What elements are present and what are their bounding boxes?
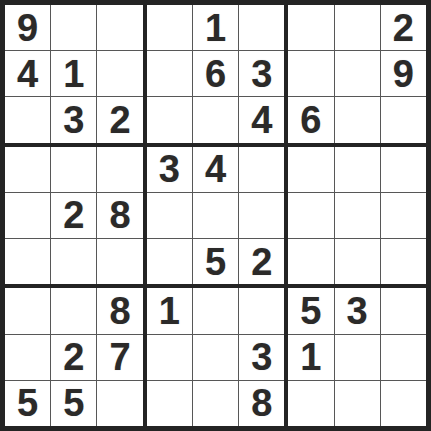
cell-r7c4: 1 (147, 288, 192, 333)
cell-r7c3: 8 (97, 288, 142, 333)
cell-r2c6: 3 (239, 51, 284, 96)
cell-r3c2: 3 (51, 97, 96, 142)
cell-r9c9[interactable] (381, 381, 426, 426)
cell-r3c1[interactable] (5, 97, 50, 142)
cell-r9c8[interactable] (335, 381, 380, 426)
box-1: 94132 (5, 5, 143, 143)
cell-r5c3: 8 (97, 193, 142, 238)
cell-r2c5: 6 (193, 51, 238, 96)
cell-r4c4: 3 (147, 147, 192, 192)
cell-r3c3: 2 (97, 97, 142, 142)
cell-r1c8[interactable] (335, 5, 380, 50)
box-6 (288, 147, 426, 285)
cell-r2c4[interactable] (147, 51, 192, 96)
cell-r4c1[interactable] (5, 147, 50, 192)
cell-r5c2: 2 (51, 193, 96, 238)
cell-r7c6[interactable] (239, 288, 284, 333)
cell-r7c5[interactable] (193, 288, 238, 333)
box-3: 296 (288, 5, 426, 143)
cell-r7c2[interactable] (51, 288, 96, 333)
cell-r2c8[interactable] (335, 51, 380, 96)
cell-r8c8[interactable] (335, 335, 380, 380)
cell-r6c5: 5 (193, 239, 238, 284)
cell-r3c4[interactable] (147, 97, 192, 142)
cell-r6c2[interactable] (51, 239, 96, 284)
cell-r9c4[interactable] (147, 381, 192, 426)
cell-r4c2[interactable] (51, 147, 96, 192)
cell-r9c2: 5 (51, 381, 96, 426)
cell-r4c8[interactable] (335, 147, 380, 192)
cell-r5c8[interactable] (335, 193, 380, 238)
cell-r8c7: 1 (288, 335, 333, 380)
cell-r3c6: 4 (239, 97, 284, 142)
cell-r8c2: 2 (51, 335, 96, 380)
box-8: 138 (147, 288, 285, 426)
cell-r9c3[interactable] (97, 381, 142, 426)
sudoku-board: 94132163429628345282755138531 (0, 0, 431, 431)
cell-r4c3[interactable] (97, 147, 142, 192)
cell-r2c1: 4 (5, 51, 50, 96)
cell-r4c5: 4 (193, 147, 238, 192)
cell-r4c9[interactable] (381, 147, 426, 192)
cell-r2c2: 1 (51, 51, 96, 96)
box-2: 1634 (147, 5, 285, 143)
cell-r5c7[interactable] (288, 193, 333, 238)
cell-r8c3: 7 (97, 335, 142, 380)
cell-r8c4[interactable] (147, 335, 192, 380)
cell-r5c5[interactable] (193, 193, 238, 238)
cell-r7c9[interactable] (381, 288, 426, 333)
box-4: 28 (5, 147, 143, 285)
cell-r8c5[interactable] (193, 335, 238, 380)
box-5: 3452 (147, 147, 285, 285)
cell-r1c1: 9 (5, 5, 50, 50)
cell-r6c8[interactable] (335, 239, 380, 284)
cell-r4c7[interactable] (288, 147, 333, 192)
cell-r3c9[interactable] (381, 97, 426, 142)
cell-r9c7[interactable] (288, 381, 333, 426)
cell-r1c2[interactable] (51, 5, 96, 50)
box-9: 531 (288, 288, 426, 426)
cell-r7c1[interactable] (5, 288, 50, 333)
cell-r6c9[interactable] (381, 239, 426, 284)
cell-r5c6[interactable] (239, 193, 284, 238)
cell-r1c3[interactable] (97, 5, 142, 50)
cell-r9c5[interactable] (193, 381, 238, 426)
cell-r6c6: 2 (239, 239, 284, 284)
cell-r5c1[interactable] (5, 193, 50, 238)
cell-r5c4[interactable] (147, 193, 192, 238)
cell-r6c7[interactable] (288, 239, 333, 284)
cell-r1c5: 1 (193, 5, 238, 50)
cell-r1c4[interactable] (147, 5, 192, 50)
cell-r8c1[interactable] (5, 335, 50, 380)
cell-r2c7[interactable] (288, 51, 333, 96)
cell-r2c3[interactable] (97, 51, 142, 96)
cell-r1c9: 2 (381, 5, 426, 50)
cell-r2c9: 9 (381, 51, 426, 96)
cell-r7c8: 3 (335, 288, 380, 333)
cell-r6c4[interactable] (147, 239, 192, 284)
cell-r5c9[interactable] (381, 193, 426, 238)
sudoku-puzzle: 94132163429628345282755138531 (0, 0, 431, 431)
cell-r7c7: 5 (288, 288, 333, 333)
cell-r8c6: 3 (239, 335, 284, 380)
cell-r8c9[interactable] (381, 335, 426, 380)
cell-r3c8[interactable] (335, 97, 380, 142)
cell-r3c7: 6 (288, 97, 333, 142)
box-7: 82755 (5, 288, 143, 426)
cell-r1c6[interactable] (239, 5, 284, 50)
cell-r9c6: 8 (239, 381, 284, 426)
cell-r3c5[interactable] (193, 97, 238, 142)
cell-r4c6[interactable] (239, 147, 284, 192)
cell-r6c1[interactable] (5, 239, 50, 284)
cell-r1c7[interactable] (288, 5, 333, 50)
cell-r9c1: 5 (5, 381, 50, 426)
cell-r6c3[interactable] (97, 239, 142, 284)
